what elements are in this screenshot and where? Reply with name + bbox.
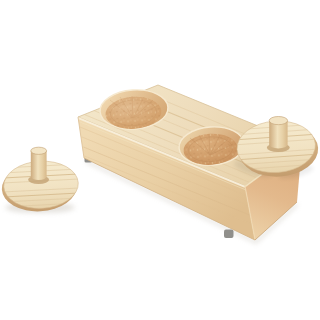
lid-left-peg-top: [31, 147, 47, 154]
lid-left-peg: [31, 151, 47, 180]
scene-canvas: [0, 0, 320, 320]
product-photo: [0, 0, 320, 320]
lid-right-peg-top: [269, 117, 287, 125]
board-foot-front: [224, 230, 234, 239]
